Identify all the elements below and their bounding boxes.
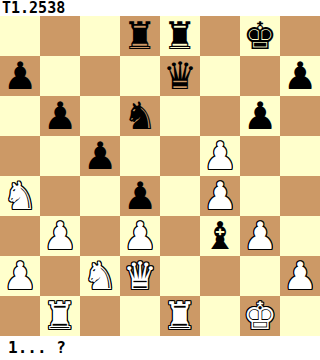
piece-white-rook[interactable]: ♜ — [40, 296, 80, 336]
square-b4[interactable] — [40, 176, 80, 216]
square-f1[interactable] — [200, 296, 240, 336]
piece-white-rook[interactable]: ♜ — [160, 296, 200, 336]
piece-black-pawn[interactable]: ♟ — [280, 56, 320, 96]
square-g6[interactable]: ♟ — [240, 96, 280, 136]
square-a1[interactable] — [0, 296, 40, 336]
square-d5[interactable] — [120, 136, 160, 176]
square-d6[interactable]: ♞ — [120, 96, 160, 136]
square-g3[interactable]: ♟ — [240, 216, 280, 256]
piece-white-pawn[interactable]: ♟ — [200, 176, 240, 216]
piece-black-pawn[interactable]: ♟ — [80, 136, 120, 176]
piece-black-pawn[interactable]: ♟ — [120, 176, 160, 216]
square-h8[interactable] — [280, 16, 320, 56]
piece-black-knight[interactable]: ♞ — [120, 96, 160, 136]
move-prompt: 1... ? — [0, 336, 320, 360]
square-d8[interactable]: ♜ — [120, 16, 160, 56]
square-b1[interactable]: ♜ — [40, 296, 80, 336]
piece-black-bishop[interactable]: ♝ — [200, 216, 240, 256]
square-c2[interactable]: ♞ — [80, 256, 120, 296]
square-g5[interactable] — [240, 136, 280, 176]
square-b8[interactable] — [40, 16, 80, 56]
square-f8[interactable] — [200, 16, 240, 56]
square-h7[interactable]: ♟ — [280, 56, 320, 96]
piece-white-pawn[interactable]: ♟ — [0, 256, 40, 296]
square-b5[interactable] — [40, 136, 80, 176]
square-c4[interactable] — [80, 176, 120, 216]
piece-white-pawn[interactable]: ♟ — [200, 136, 240, 176]
piece-black-king[interactable]: ♚ — [240, 16, 280, 56]
piece-black-rook[interactable]: ♜ — [160, 16, 200, 56]
square-h1[interactable] — [280, 296, 320, 336]
square-e4[interactable] — [160, 176, 200, 216]
square-b3[interactable]: ♟ — [40, 216, 80, 256]
square-e8[interactable]: ♜ — [160, 16, 200, 56]
square-a3[interactable] — [0, 216, 40, 256]
piece-white-pawn[interactable]: ♟ — [40, 216, 80, 256]
piece-white-pawn[interactable]: ♟ — [280, 256, 320, 296]
square-a7[interactable]: ♟ — [0, 56, 40, 96]
square-c8[interactable] — [80, 16, 120, 56]
square-a5[interactable] — [0, 136, 40, 176]
piece-black-queen[interactable]: ♛ — [160, 56, 200, 96]
square-c3[interactable] — [80, 216, 120, 256]
square-h6[interactable] — [280, 96, 320, 136]
square-c1[interactable] — [80, 296, 120, 336]
square-e3[interactable] — [160, 216, 200, 256]
square-h4[interactable] — [280, 176, 320, 216]
square-f6[interactable] — [200, 96, 240, 136]
square-c6[interactable] — [80, 96, 120, 136]
chess-board: ♜♜♚♟♛♟♟♞♟♟♟♞♟♟♟♟♝♟♟♞♛♟♜♜♚ — [0, 16, 320, 336]
square-b2[interactable] — [40, 256, 80, 296]
square-e7[interactable]: ♛ — [160, 56, 200, 96]
square-b7[interactable] — [40, 56, 80, 96]
square-a2[interactable]: ♟ — [0, 256, 40, 296]
piece-black-pawn[interactable]: ♟ — [40, 96, 80, 136]
square-b6[interactable]: ♟ — [40, 96, 80, 136]
square-d7[interactable] — [120, 56, 160, 96]
piece-white-queen[interactable]: ♛ — [120, 256, 160, 296]
piece-white-king[interactable]: ♚ — [240, 296, 280, 336]
square-c5[interactable]: ♟ — [80, 136, 120, 176]
square-g4[interactable] — [240, 176, 280, 216]
piece-black-rook[interactable]: ♜ — [120, 16, 160, 56]
square-f4[interactable]: ♟ — [200, 176, 240, 216]
square-e2[interactable] — [160, 256, 200, 296]
square-e1[interactable]: ♜ — [160, 296, 200, 336]
square-g8[interactable]: ♚ — [240, 16, 280, 56]
piece-white-pawn[interactable]: ♟ — [240, 216, 280, 256]
piece-white-knight[interactable]: ♞ — [80, 256, 120, 296]
square-a4[interactable]: ♞ — [0, 176, 40, 216]
square-h5[interactable] — [280, 136, 320, 176]
square-h2[interactable]: ♟ — [280, 256, 320, 296]
square-c7[interactable] — [80, 56, 120, 96]
square-f7[interactable] — [200, 56, 240, 96]
square-f2[interactable] — [200, 256, 240, 296]
square-a8[interactable] — [0, 16, 40, 56]
square-e5[interactable] — [160, 136, 200, 176]
square-d4[interactable]: ♟ — [120, 176, 160, 216]
piece-white-pawn[interactable]: ♟ — [120, 216, 160, 256]
square-g2[interactable] — [240, 256, 280, 296]
piece-black-pawn[interactable]: ♟ — [0, 56, 40, 96]
piece-black-pawn[interactable]: ♟ — [240, 96, 280, 136]
square-f3[interactable]: ♝ — [200, 216, 240, 256]
square-g1[interactable]: ♚ — [240, 296, 280, 336]
square-f5[interactable]: ♟ — [200, 136, 240, 176]
square-d2[interactable]: ♛ — [120, 256, 160, 296]
square-g7[interactable] — [240, 56, 280, 96]
square-a6[interactable] — [0, 96, 40, 136]
square-d1[interactable] — [120, 296, 160, 336]
chess-puzzle-app: T1.2538 ♜♜♚♟♛♟♟♞♟♟♟♞♟♟♟♟♝♟♟♞♛♟♜♜♚ 1... ? — [0, 0, 320, 360]
piece-white-knight[interactable]: ♞ — [0, 176, 40, 216]
square-e6[interactable] — [160, 96, 200, 136]
square-d3[interactable]: ♟ — [120, 216, 160, 256]
square-h3[interactable] — [280, 216, 320, 256]
